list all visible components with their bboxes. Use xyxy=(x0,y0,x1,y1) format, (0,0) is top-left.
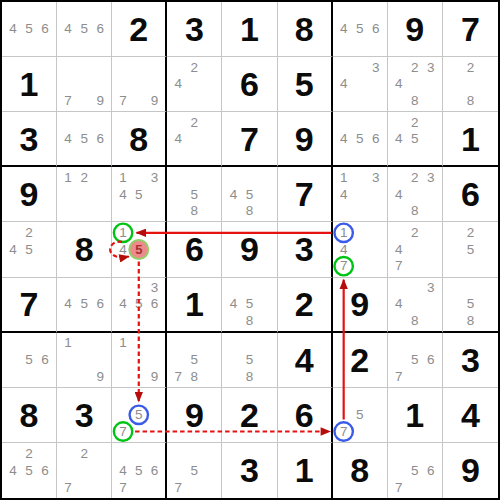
candidate-digit: 9 xyxy=(147,368,163,385)
candidate-grid: 58 xyxy=(167,167,221,221)
candidate-digit: 6 xyxy=(147,296,163,312)
candidate-digit: 4 xyxy=(391,76,407,93)
cell-r4c1[interactable]: 9 xyxy=(2,167,57,222)
candidate-grid: 2348 xyxy=(388,167,442,221)
candidate-grid: 147 xyxy=(333,222,387,276)
cell-r4c9[interactable]: 6 xyxy=(443,167,498,222)
given-digit: 3 xyxy=(185,12,204,46)
candidate-grid: 348 xyxy=(388,278,442,331)
candidate-grid: 57 xyxy=(333,388,387,442)
candidate-grid: 458 xyxy=(222,278,276,331)
candidate-digit: 4 xyxy=(60,296,76,312)
sudoku-app: 4564562318456971797924653423482834568247… xyxy=(0,0,500,500)
cell-r5c6[interactable]: 3 xyxy=(278,222,333,277)
cell-r3c4[interactable]: 24 xyxy=(167,112,222,167)
candidate-grid: 458 xyxy=(222,167,276,221)
candidate-digit: 3 xyxy=(147,169,163,186)
candidate-grid: 4567 xyxy=(112,443,165,498)
candidate-digit: 2 xyxy=(76,445,92,462)
cell-r5c1[interactable]: 245 xyxy=(2,222,57,277)
candidate-digit: 4 xyxy=(115,462,131,479)
candidate-digit: 4 xyxy=(336,76,352,93)
given-digit: 3 xyxy=(461,343,480,377)
cell-r9c7[interactable]: 8 xyxy=(333,443,388,498)
candidate-digit: 4 xyxy=(336,21,352,38)
candidate-digit: 7 xyxy=(170,479,186,496)
candidate-digit: 6 xyxy=(147,462,163,479)
cell-r9c8[interactable]: 567 xyxy=(388,443,443,498)
given-digit: 9 xyxy=(295,122,314,156)
cell-r8c1[interactable]: 8 xyxy=(2,388,57,443)
candidate-digit: 7 xyxy=(391,479,407,496)
given-digit: 2 xyxy=(240,398,259,432)
cell-r8c4[interactable]: 9 xyxy=(167,388,222,443)
candidate-digit: 9 xyxy=(147,93,163,110)
candidate-grid: 58 xyxy=(443,278,498,331)
cell-r5c7[interactable]: 147 xyxy=(333,222,388,277)
cell-r6c3[interactable]: 3456 xyxy=(112,278,167,333)
candidate-digit: 6 xyxy=(423,462,439,479)
candidate-grid: 245 xyxy=(2,222,56,276)
given-digit: 2 xyxy=(295,287,314,321)
candidate-digit: 4 xyxy=(115,186,131,203)
candidate-digit: 4 xyxy=(391,241,407,258)
candidate-digit: 5 xyxy=(131,406,147,423)
given-digit: 6 xyxy=(240,67,259,101)
candidate-digit: 2 xyxy=(462,59,478,76)
given-digit: 8 xyxy=(350,453,369,487)
cell-r1c2[interactable]: 456 xyxy=(57,2,112,57)
candidate-grid: 145 xyxy=(112,222,165,276)
candidate-digit: 2 xyxy=(407,59,423,76)
candidate-digit: 4 xyxy=(60,131,76,147)
cell-r9c4[interactable]: 57 xyxy=(167,443,222,498)
cell-r1c7[interactable]: 456 xyxy=(333,2,388,57)
candidate-digit: 8 xyxy=(462,312,478,328)
candidate-grid: 25 xyxy=(443,222,498,276)
candidate-digit: 6 xyxy=(37,462,53,479)
candidate-digit: 4 xyxy=(336,131,352,147)
cell-r8c8[interactable]: 1 xyxy=(388,388,443,443)
candidate-digit: 2 xyxy=(21,445,37,462)
candidate-digit: 2 xyxy=(186,59,202,76)
candidate-digit: 7 xyxy=(60,93,76,110)
candidate-digit: 5 xyxy=(21,241,37,258)
cell-r4c2[interactable]: 12 xyxy=(57,167,112,222)
candidate-digit: 7 xyxy=(115,423,131,440)
candidate-digit: 6 xyxy=(37,351,53,368)
cell-r2c8[interactable]: 2348 xyxy=(388,57,443,112)
cell-r4c7[interactable]: 134 xyxy=(333,167,388,222)
candidate-digit: 4 xyxy=(391,131,407,147)
cell-r3c1[interactable]: 3 xyxy=(2,112,57,167)
given-digit: 9 xyxy=(405,12,424,46)
candidate-digit: 1 xyxy=(336,224,352,241)
candidate-digit: 5 xyxy=(407,462,423,479)
candidate-digit: 5 xyxy=(76,296,92,312)
cell-r9c9[interactable]: 9 xyxy=(443,443,498,498)
cell-r2c3[interactable]: 79 xyxy=(112,57,167,112)
given-digit: 1 xyxy=(405,398,424,432)
candidate-digit: 7 xyxy=(391,258,407,275)
candidate-grid: 19 xyxy=(112,333,165,387)
candidate-digit: 2 xyxy=(407,114,423,130)
candidate-digit: 5 xyxy=(76,131,92,147)
cell-r8c2[interactable]: 3 xyxy=(57,388,112,443)
cell-r8c6[interactable]: 6 xyxy=(278,388,333,443)
candidate-digit: 1 xyxy=(336,169,352,186)
given-digit: 3 xyxy=(295,232,314,266)
candidate-grid: 456 xyxy=(57,2,111,56)
candidate-digit: 4 xyxy=(225,296,241,312)
given-digit: 1 xyxy=(295,453,314,487)
cell-r1c5[interactable]: 1 xyxy=(222,2,277,57)
candidate-grid: 34 xyxy=(333,57,387,111)
candidate-digit: 8 xyxy=(186,368,202,385)
given-digit: 1 xyxy=(185,287,204,321)
candidate-digit: 4 xyxy=(336,241,352,258)
cell-r8c3[interactable]: 57 xyxy=(112,388,167,443)
candidate-digit: 5 xyxy=(186,186,202,203)
cell-r6c8[interactable]: 348 xyxy=(388,278,443,333)
given-digit: 3 xyxy=(20,122,39,156)
cell-r1c1[interactable]: 456 xyxy=(2,2,57,57)
cell-r7c9[interactable]: 3 xyxy=(443,333,498,388)
candidate-grid: 2348 xyxy=(388,57,442,111)
given-digit: 4 xyxy=(295,343,314,377)
cell-r7c6[interactable]: 4 xyxy=(278,333,333,388)
cell-r3c9[interactable]: 1 xyxy=(443,112,498,167)
cell-r3c3[interactable]: 8 xyxy=(112,112,167,167)
given-digit: 8 xyxy=(129,122,148,156)
cell-r8c9[interactable]: 4 xyxy=(443,388,498,443)
cell-r6c7[interactable]: 9 xyxy=(333,278,388,333)
candidate-digit: 5 xyxy=(462,241,478,258)
candidate-digit: 4 xyxy=(60,21,76,38)
candidate-digit: 6 xyxy=(368,131,384,147)
candidate-digit: 1 xyxy=(115,335,131,352)
cell-r1c9[interactable]: 7 xyxy=(443,2,498,57)
candidate-grid: 27 xyxy=(57,443,111,498)
candidate-digit: 5 xyxy=(241,296,257,312)
cell-r2c4[interactable]: 24 xyxy=(167,57,222,112)
candidate-digit: 5 xyxy=(21,21,37,38)
cell-r6c1[interactable]: 7 xyxy=(2,278,57,333)
candidate-digit: 7 xyxy=(391,368,407,385)
candidate-digit: 5 xyxy=(131,186,147,203)
given-digit: 9 xyxy=(185,398,204,432)
candidate-grid: 567 xyxy=(388,333,442,387)
cell-r5c4[interactable]: 6 xyxy=(167,222,222,277)
cell-r1c3[interactable]: 2 xyxy=(112,2,167,57)
given-digit: 5 xyxy=(295,67,314,101)
candidate-digit: 4 xyxy=(336,186,352,203)
cell-r2c1[interactable]: 1 xyxy=(2,57,57,112)
candidate-grid: 1345 xyxy=(112,167,165,221)
given-digit: 7 xyxy=(240,122,259,156)
cell-r7c5[interactable]: 58 xyxy=(222,333,277,388)
cell-r6c5[interactable]: 458 xyxy=(222,278,277,333)
candidate-digit: 4 xyxy=(115,296,131,312)
candidate-grid: 19 xyxy=(57,333,111,387)
candidate-digit: 4 xyxy=(5,21,21,38)
given-digit: 3 xyxy=(75,398,94,432)
cell-r1c8[interactable]: 9 xyxy=(388,2,443,57)
candidate-digit: 7 xyxy=(115,93,131,110)
candidate-digit: 5 xyxy=(241,351,257,368)
cell-r2c6[interactable]: 5 xyxy=(278,57,333,112)
candidate-digit: 2 xyxy=(76,169,92,186)
candidate-digit: 6 xyxy=(92,296,108,312)
cell-r6c2[interactable]: 456 xyxy=(57,278,112,333)
candidate-grid: 57 xyxy=(167,443,221,498)
candidate-grid: 24 xyxy=(167,57,221,111)
candidate-digit: 8 xyxy=(241,368,257,385)
candidate-digit: 7 xyxy=(336,423,352,440)
candidate-digit: 2 xyxy=(407,169,423,186)
candidate-digit: 6 xyxy=(423,351,439,368)
candidate-digit: 6 xyxy=(92,21,108,38)
candidate-digit: 8 xyxy=(241,312,257,328)
candidate-digit: 5 xyxy=(131,296,147,312)
given-digit: 9 xyxy=(240,232,259,266)
candidate-digit: 5 xyxy=(131,241,147,258)
candidate-digit: 2 xyxy=(186,114,202,130)
candidate-digit: 4 xyxy=(170,76,186,93)
candidate-digit: 7 xyxy=(115,479,131,496)
candidate-digit: 3 xyxy=(423,280,439,296)
candidate-digit: 2 xyxy=(462,224,478,241)
candidate-digit: 4 xyxy=(170,131,186,147)
candidate-digit: 5 xyxy=(76,21,92,38)
given-digit: 6 xyxy=(295,398,314,432)
cell-r7c3[interactable]: 19 xyxy=(112,333,167,388)
candidate-digit: 5 xyxy=(352,131,368,147)
cell-r5c9[interactable]: 25 xyxy=(443,222,498,277)
candidate-grid: 79 xyxy=(112,57,165,111)
candidate-grid: 134 xyxy=(333,167,387,221)
sudoku-board: 4564562318456971797924653423482834568247… xyxy=(0,0,500,500)
candidate-digit: 8 xyxy=(407,203,423,220)
candidate-digit: 9 xyxy=(92,368,108,385)
given-digit: 7 xyxy=(295,177,314,211)
cell-r8c7[interactable]: 57 xyxy=(333,388,388,443)
candidate-digit: 3 xyxy=(147,280,163,296)
cell-r9c3[interactable]: 4567 xyxy=(112,443,167,498)
cell-r9c5[interactable]: 3 xyxy=(222,443,277,498)
cell-r9c6[interactable]: 1 xyxy=(278,443,333,498)
candidate-digit: 5 xyxy=(407,351,423,368)
cell-r2c9[interactable]: 28 xyxy=(443,57,498,112)
given-digit: 3 xyxy=(240,453,259,487)
cell-r5c8[interactable]: 247 xyxy=(388,222,443,277)
cell-r5c5[interactable]: 9 xyxy=(222,222,277,277)
cell-r4c8[interactable]: 2348 xyxy=(388,167,443,222)
given-digit: 8 xyxy=(295,12,314,46)
given-digit: 6 xyxy=(185,232,204,266)
given-digit: 9 xyxy=(20,177,39,211)
candidate-digit: 7 xyxy=(170,368,186,385)
candidate-digit: 8 xyxy=(407,93,423,110)
given-digit: 6 xyxy=(461,177,480,211)
candidate-digit: 1 xyxy=(115,169,131,186)
candidate-digit: 8 xyxy=(407,312,423,328)
cell-r4c4[interactable]: 58 xyxy=(167,167,222,222)
candidate-digit: 5 xyxy=(21,462,37,479)
candidate-grid: 58 xyxy=(222,333,276,387)
candidate-digit: 5 xyxy=(462,296,478,312)
cell-r9c1[interactable]: 2456 xyxy=(2,443,57,498)
cell-r6c6[interactable]: 2 xyxy=(278,278,333,333)
cell-r4c5[interactable]: 458 xyxy=(222,167,277,222)
candidate-grid: 56 xyxy=(2,333,56,387)
candidate-digit: 4 xyxy=(115,241,131,258)
cell-r7c7[interactable]: 2 xyxy=(333,333,388,388)
cell-r7c8[interactable]: 567 xyxy=(388,333,443,388)
given-digit: 9 xyxy=(350,287,369,321)
candidate-digit: 7 xyxy=(60,479,76,496)
candidate-grid: 456 xyxy=(333,2,387,56)
candidate-grid: 28 xyxy=(443,57,498,111)
candidate-grid: 456 xyxy=(333,112,387,165)
given-digit: 9 xyxy=(461,453,480,487)
given-digit: 1 xyxy=(240,12,259,46)
given-digit: 8 xyxy=(20,398,39,432)
candidate-digit: 6 xyxy=(92,131,108,147)
candidate-grid: 567 xyxy=(388,443,442,498)
candidate-digit: 5 xyxy=(241,186,257,203)
candidate-digit: 7 xyxy=(336,258,352,275)
candidate-digit: 8 xyxy=(186,203,202,220)
candidate-digit: 4 xyxy=(5,241,21,258)
cell-r3c6[interactable]: 9 xyxy=(278,112,333,167)
cell-r7c1[interactable]: 56 xyxy=(2,333,57,388)
cell-r7c2[interactable]: 19 xyxy=(57,333,112,388)
candidate-grid: 456 xyxy=(57,278,111,331)
cell-r1c6[interactable]: 8 xyxy=(278,2,333,57)
candidate-digit: 8 xyxy=(241,203,257,220)
candidate-grid: 245 xyxy=(388,112,442,165)
candidate-grid: 24 xyxy=(167,112,221,165)
candidate-grid: 578 xyxy=(167,333,221,387)
cell-r9c2[interactable]: 27 xyxy=(57,443,112,498)
candidate-digit: 6 xyxy=(37,21,53,38)
candidate-grid: 456 xyxy=(57,112,111,165)
candidate-digit: 3 xyxy=(423,169,439,186)
cell-r3c2[interactable]: 456 xyxy=(57,112,112,167)
cell-r6c4[interactable]: 1 xyxy=(167,278,222,333)
candidate-grid: 57 xyxy=(112,388,165,442)
cell-r8c5[interactable]: 2 xyxy=(222,388,277,443)
candidate-digit: 3 xyxy=(368,59,384,76)
candidate-digit: 5 xyxy=(186,462,202,479)
cell-r6c9[interactable]: 58 xyxy=(443,278,498,333)
cell-r4c3[interactable]: 1345 xyxy=(112,167,167,222)
candidate-grid: 12 xyxy=(57,167,111,221)
cell-r5c2[interactable]: 8 xyxy=(57,222,112,277)
candidate-digit: 3 xyxy=(423,59,439,76)
candidate-digit: 1 xyxy=(115,224,131,241)
candidate-digit: 2 xyxy=(407,224,423,241)
cell-r7c4[interactable]: 578 xyxy=(167,333,222,388)
candidate-digit: 5 xyxy=(131,462,147,479)
candidate-digit: 4 xyxy=(225,186,241,203)
given-digit: 7 xyxy=(461,12,480,46)
given-digit: 1 xyxy=(461,122,480,156)
candidate-grid: 79 xyxy=(57,57,111,111)
candidate-digit: 9 xyxy=(92,93,108,110)
cell-r2c5[interactable]: 6 xyxy=(222,57,277,112)
given-digit: 8 xyxy=(75,232,94,266)
candidate-digit: 5 xyxy=(407,131,423,147)
given-digit: 4 xyxy=(461,398,480,432)
given-digit: 7 xyxy=(20,287,39,321)
candidate-digit: 4 xyxy=(391,296,407,312)
candidate-digit: 4 xyxy=(5,462,21,479)
candidate-digit: 1 xyxy=(60,335,76,352)
candidate-digit: 5 xyxy=(21,351,37,368)
candidate-digit: 5 xyxy=(186,351,202,368)
candidate-digit: 2 xyxy=(21,224,37,241)
candidate-digit: 6 xyxy=(368,21,384,38)
candidate-digit: 5 xyxy=(352,406,368,423)
cell-r2c2[interactable]: 79 xyxy=(57,57,112,112)
candidate-grid: 456 xyxy=(2,2,56,56)
candidate-digit: 8 xyxy=(462,93,478,110)
given-digit: 1 xyxy=(20,67,39,101)
candidate-digit: 4 xyxy=(391,186,407,203)
cell-r1c4[interactable]: 3 xyxy=(167,2,222,57)
candidate-grid: 247 xyxy=(388,222,442,276)
cell-r3c8[interactable]: 245 xyxy=(388,112,443,167)
cell-r2c7[interactable]: 34 xyxy=(333,57,388,112)
cell-r3c5[interactable]: 7 xyxy=(222,112,277,167)
given-digit: 2 xyxy=(129,12,148,46)
candidate-grid: 2456 xyxy=(2,443,56,498)
candidate-grid: 3456 xyxy=(112,278,165,331)
cell-r3c7[interactable]: 456 xyxy=(333,112,388,167)
candidate-digit: 1 xyxy=(60,169,76,186)
cell-r5c3[interactable]: 145 xyxy=(112,222,167,277)
cell-r4c6[interactable]: 7 xyxy=(278,167,333,222)
given-digit: 2 xyxy=(350,343,369,377)
candidate-digit: 5 xyxy=(352,21,368,38)
candidate-digit: 3 xyxy=(368,169,384,186)
